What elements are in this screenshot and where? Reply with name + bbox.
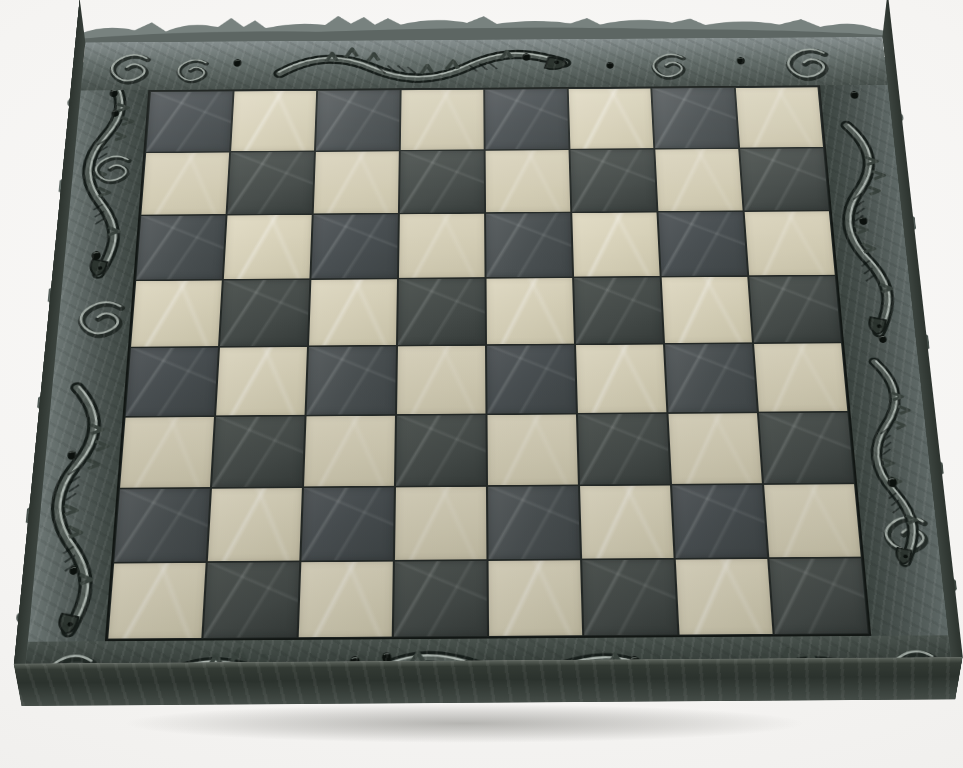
board-front-side (14, 657, 963, 706)
square-b5[interactable] (220, 280, 309, 346)
square-g2[interactable] (672, 485, 767, 558)
square-d4[interactable] (397, 346, 485, 414)
square-a1[interactable] (108, 563, 205, 639)
dragon-carving-icon (79, 72, 137, 276)
dragon-carving-icon (279, 47, 568, 79)
square-h8[interactable] (736, 87, 823, 147)
scroll-carving-icon (884, 517, 927, 552)
square-g1[interactable] (676, 559, 773, 635)
square-a3[interactable] (120, 417, 214, 488)
square-d7[interactable] (400, 151, 484, 213)
square-e8[interactable] (485, 89, 568, 149)
board-frame-top (81, 37, 888, 91)
square-b1[interactable] (203, 562, 299, 638)
board-shadow (30, 700, 935, 752)
pierced-hole (878, 335, 886, 343)
pierced-hole (606, 62, 613, 69)
board-grid (105, 85, 871, 641)
pierced-hole (67, 451, 76, 460)
square-h3[interactable] (759, 413, 854, 484)
square-e2[interactable] (488, 486, 580, 559)
square-a4[interactable] (126, 348, 218, 416)
square-a6[interactable] (136, 215, 225, 279)
square-c1[interactable] (299, 562, 393, 638)
square-a7[interactable] (141, 153, 229, 215)
square-a5[interactable] (131, 281, 222, 347)
pierced-hole (91, 251, 101, 260)
scroll-carving-icon (111, 55, 148, 83)
square-e5[interactable] (487, 278, 574, 344)
pierced-hole (887, 477, 898, 487)
square-b7[interactable] (228, 152, 314, 214)
square-b8[interactable] (231, 91, 316, 151)
scroll-carving-icon (787, 49, 827, 78)
scroll-carving-icon (79, 302, 122, 335)
square-g5[interactable] (662, 277, 752, 343)
scroll-carving-icon (653, 54, 684, 78)
pierced-hole (109, 90, 118, 97)
square-h1[interactable] (769, 558, 867, 634)
square-g6[interactable] (658, 212, 747, 276)
square-a8[interactable] (146, 91, 232, 151)
square-e3[interactable] (488, 414, 578, 485)
square-h4[interactable] (754, 343, 847, 411)
square-g4[interactable] (665, 344, 757, 412)
square-h2[interactable] (764, 484, 861, 557)
square-b6[interactable] (224, 215, 312, 279)
square-c8[interactable] (316, 90, 400, 150)
square-f2[interactable] (580, 486, 674, 559)
pierced-hole (69, 566, 78, 575)
square-g3[interactable] (668, 413, 761, 484)
square-f6[interactable] (572, 212, 659, 276)
pierced-hole (111, 110, 119, 117)
pierced-hole (233, 59, 241, 66)
pierced-hole (522, 53, 530, 60)
square-c6[interactable] (311, 214, 398, 278)
square-d5[interactable] (398, 279, 485, 345)
square-e6[interactable] (486, 213, 572, 277)
square-d3[interactable] (396, 415, 486, 486)
square-b3[interactable] (212, 416, 304, 487)
square-b4[interactable] (216, 347, 307, 415)
square-g7[interactable] (655, 149, 742, 211)
square-h7[interactable] (740, 148, 829, 210)
photo-background (0, 0, 963, 768)
square-e4[interactable] (487, 345, 576, 413)
board-frame-right (816, 37, 956, 700)
square-e1[interactable] (489, 560, 583, 636)
scroll-carving-icon (177, 60, 206, 82)
square-f8[interactable] (569, 89, 654, 149)
square-d8[interactable] (401, 90, 484, 150)
square-d1[interactable] (394, 561, 487, 637)
scroll-carving-icon (95, 156, 129, 182)
pierced-hole (850, 91, 859, 99)
square-c3[interactable] (304, 416, 395, 487)
square-f3[interactable] (578, 414, 670, 485)
square-f1[interactable] (582, 560, 677, 636)
chess-board (22, 37, 956, 706)
pierced-hole (859, 217, 868, 225)
board-top-face (22, 37, 956, 706)
square-f5[interactable] (574, 277, 663, 343)
square-a2[interactable] (114, 489, 210, 562)
dragon-carving-icon (46, 386, 113, 633)
square-h6[interactable] (745, 211, 835, 275)
square-e7[interactable] (486, 150, 571, 212)
square-c2[interactable] (301, 487, 394, 560)
square-c5[interactable] (309, 279, 397, 345)
square-b2[interactable] (208, 488, 302, 561)
square-h5[interactable] (749, 276, 841, 342)
square-c4[interactable] (307, 346, 396, 414)
square-d2[interactable] (395, 487, 486, 560)
square-g8[interactable] (652, 88, 738, 148)
square-d6[interactable] (399, 214, 485, 278)
square-f7[interactable] (570, 150, 656, 212)
square-c7[interactable] (314, 151, 399, 213)
dragon-carving-icon (867, 361, 925, 564)
pierced-hole (737, 57, 745, 64)
square-f4[interactable] (576, 345, 666, 413)
dragon-carving-icon (839, 124, 901, 334)
